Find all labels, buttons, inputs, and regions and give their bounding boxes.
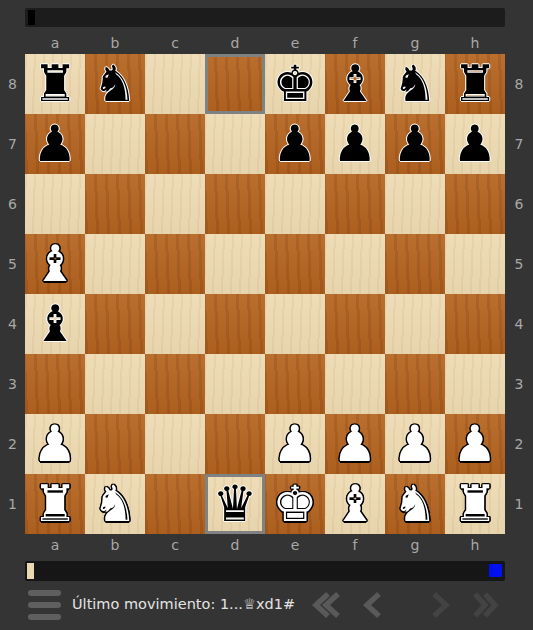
rank-labels-right: 87654321 bbox=[505, 54, 533, 534]
square-b7[interactable] bbox=[85, 114, 145, 174]
file-label-c: c bbox=[145, 535, 205, 555]
square-f1[interactable]: ♝ bbox=[325, 474, 385, 534]
chevron-left-icon bbox=[357, 590, 391, 620]
square-b1[interactable]: ♞ bbox=[85, 474, 145, 534]
square-h2[interactable]: ♟ bbox=[445, 414, 505, 474]
rank-label-2: 2 bbox=[505, 414, 533, 474]
rank-label-7: 7 bbox=[0, 114, 25, 174]
bottom-progress-thumb[interactable] bbox=[27, 563, 34, 579]
top-progress-bar[interactable] bbox=[25, 8, 505, 27]
square-h5[interactable] bbox=[445, 234, 505, 294]
square-e8[interactable]: ♚ bbox=[265, 54, 325, 114]
black-pawn[interactable]: ♟ bbox=[33, 114, 78, 174]
square-a4[interactable]: ♝ bbox=[25, 294, 85, 354]
square-f2[interactable]: ♟ bbox=[325, 414, 385, 474]
file-labels-bottom: abcdefgh bbox=[25, 535, 505, 555]
square-a3[interactable] bbox=[25, 354, 85, 414]
square-c8[interactable] bbox=[145, 54, 205, 114]
square-b5[interactable] bbox=[85, 234, 145, 294]
file-label-a: a bbox=[25, 33, 85, 53]
file-label-g: g bbox=[385, 535, 445, 555]
rank-label-6: 6 bbox=[0, 174, 25, 234]
black-knight[interactable]: ♞ bbox=[393, 54, 438, 114]
white-knight[interactable]: ♞ bbox=[393, 474, 438, 534]
square-e1[interactable]: ♚ bbox=[265, 474, 325, 534]
square-c3[interactable] bbox=[145, 354, 205, 414]
square-h7[interactable]: ♟ bbox=[445, 114, 505, 174]
square-e2[interactable]: ♟ bbox=[265, 414, 325, 474]
file-label-h: h bbox=[445, 535, 505, 555]
black-rook[interactable]: ♜ bbox=[33, 54, 78, 114]
square-b8[interactable]: ♞ bbox=[85, 54, 145, 114]
square-d3[interactable] bbox=[205, 354, 265, 414]
white-king[interactable]: ♚ bbox=[273, 474, 318, 534]
square-g4[interactable] bbox=[385, 294, 445, 354]
file-label-f: f bbox=[325, 535, 385, 555]
file-label-b: b bbox=[85, 33, 145, 53]
rank-label-3: 3 bbox=[0, 354, 25, 414]
file-label-b: b bbox=[85, 535, 145, 555]
rank-label-5: 5 bbox=[0, 234, 25, 294]
rank-label-8: 8 bbox=[505, 54, 533, 114]
square-f5[interactable] bbox=[325, 234, 385, 294]
square-h3[interactable] bbox=[445, 354, 505, 414]
square-c2[interactable] bbox=[145, 414, 205, 474]
square-c7[interactable] bbox=[145, 114, 205, 174]
file-label-h: h bbox=[445, 33, 505, 53]
square-g6[interactable] bbox=[385, 174, 445, 234]
square-g8[interactable]: ♞ bbox=[385, 54, 445, 114]
rank-label-3: 3 bbox=[505, 354, 533, 414]
square-d1[interactable]: ♛ bbox=[205, 474, 265, 534]
menu-button[interactable] bbox=[28, 590, 62, 620]
square-d6[interactable] bbox=[205, 174, 265, 234]
square-a5[interactable]: ♝ bbox=[25, 234, 85, 294]
white-bishop[interactable]: ♝ bbox=[333, 474, 378, 534]
black-knight[interactable]: ♞ bbox=[93, 54, 138, 114]
square-c4[interactable] bbox=[145, 294, 205, 354]
square-b6[interactable] bbox=[85, 174, 145, 234]
rank-label-4: 4 bbox=[505, 294, 533, 354]
white-pawn[interactable]: ♟ bbox=[273, 414, 318, 474]
black-bishop[interactable]: ♝ bbox=[33, 294, 78, 354]
last-move-status: Último movimiento: 1...♕xd1# bbox=[72, 584, 295, 624]
square-d2[interactable] bbox=[205, 414, 265, 474]
rank-label-7: 7 bbox=[505, 114, 533, 174]
black-bishop[interactable]: ♝ bbox=[333, 54, 378, 114]
square-d5[interactable] bbox=[205, 234, 265, 294]
square-d4[interactable] bbox=[205, 294, 265, 354]
turn-indicator bbox=[489, 564, 502, 577]
square-a6[interactable] bbox=[25, 174, 85, 234]
square-g3[interactable] bbox=[385, 354, 445, 414]
white-bishop[interactable]: ♝ bbox=[33, 234, 78, 294]
nav-previous-button[interactable] bbox=[357, 590, 391, 620]
board: ♜♞♚♝♞♜♟♟♟♟♟♝♝♟♟♟♟♟♜♞♛♚♝♞♜ bbox=[25, 54, 505, 534]
square-e4[interactable] bbox=[265, 294, 325, 354]
white-pawn[interactable]: ♟ bbox=[33, 414, 78, 474]
square-a8[interactable]: ♜ bbox=[25, 54, 85, 114]
square-e3[interactable] bbox=[265, 354, 325, 414]
square-f3[interactable] bbox=[325, 354, 385, 414]
chevron-right-icon bbox=[422, 590, 456, 620]
file-label-g: g bbox=[385, 33, 445, 53]
square-a1[interactable]: ♜ bbox=[25, 474, 85, 534]
file-label-a: a bbox=[25, 535, 85, 555]
black-queen[interactable]: ♛ bbox=[213, 474, 258, 534]
black-king[interactable]: ♚ bbox=[273, 54, 318, 114]
square-h8[interactable]: ♜ bbox=[445, 54, 505, 114]
square-e5[interactable] bbox=[265, 234, 325, 294]
nav-last-button[interactable] bbox=[469, 590, 503, 620]
rank-labels-left: 87654321 bbox=[0, 54, 25, 534]
square-g2[interactable]: ♟ bbox=[385, 414, 445, 474]
square-e7[interactable]: ♟ bbox=[265, 114, 325, 174]
square-d8[interactable] bbox=[205, 54, 265, 114]
square-b4[interactable] bbox=[85, 294, 145, 354]
black-pawn[interactable]: ♟ bbox=[273, 114, 318, 174]
square-f8[interactable]: ♝ bbox=[325, 54, 385, 114]
rank-label-6: 6 bbox=[505, 174, 533, 234]
bottom-controls: Último movimiento: 1...♕xd1# bbox=[0, 584, 533, 630]
square-b3[interactable] bbox=[85, 354, 145, 414]
top-progress-thumb[interactable] bbox=[28, 10, 35, 25]
square-f7[interactable]: ♟ bbox=[325, 114, 385, 174]
chevron-double-right-icon bbox=[469, 590, 503, 620]
white-rook[interactable]: ♜ bbox=[453, 474, 498, 534]
file-label-f: f bbox=[325, 33, 385, 53]
rank-label-1: 1 bbox=[505, 474, 533, 534]
nav-controls bbox=[310, 588, 503, 622]
square-c5[interactable] bbox=[145, 234, 205, 294]
file-label-e: e bbox=[265, 33, 325, 53]
square-h1[interactable]: ♜ bbox=[445, 474, 505, 534]
square-c6[interactable] bbox=[145, 174, 205, 234]
file-labels-top: abcdefgh bbox=[25, 33, 505, 53]
black-pawn[interactable]: ♟ bbox=[453, 114, 498, 174]
rank-label-2: 2 bbox=[0, 414, 25, 474]
square-f6[interactable] bbox=[325, 174, 385, 234]
white-knight[interactable]: ♞ bbox=[93, 474, 138, 534]
file-label-c: c bbox=[145, 33, 205, 53]
bottom-progress-bar[interactable] bbox=[25, 561, 505, 581]
square-g5[interactable] bbox=[385, 234, 445, 294]
nav-first-button[interactable] bbox=[310, 590, 344, 620]
square-h4[interactable] bbox=[445, 294, 505, 354]
file-label-d: d bbox=[205, 33, 265, 53]
white-rook[interactable]: ♜ bbox=[33, 474, 78, 534]
square-a7[interactable]: ♟ bbox=[25, 114, 85, 174]
black-rook[interactable]: ♜ bbox=[453, 54, 498, 114]
square-g7[interactable]: ♟ bbox=[385, 114, 445, 174]
square-h6[interactable] bbox=[445, 174, 505, 234]
black-pawn[interactable]: ♟ bbox=[393, 114, 438, 174]
rank-label-4: 4 bbox=[0, 294, 25, 354]
square-d7[interactable] bbox=[205, 114, 265, 174]
hamburger-icon bbox=[28, 590, 61, 596]
chevron-double-left-icon bbox=[310, 590, 344, 620]
square-b2[interactable] bbox=[85, 414, 145, 474]
square-g1[interactable]: ♞ bbox=[385, 474, 445, 534]
white-pawn[interactable]: ♟ bbox=[393, 414, 438, 474]
file-label-e: e bbox=[265, 535, 325, 555]
rank-label-5: 5 bbox=[505, 234, 533, 294]
square-a2[interactable]: ♟ bbox=[25, 414, 85, 474]
white-pawn[interactable]: ♟ bbox=[453, 414, 498, 474]
rank-label-8: 8 bbox=[0, 54, 25, 114]
square-e6[interactable] bbox=[265, 174, 325, 234]
nav-next-button[interactable] bbox=[422, 590, 456, 620]
square-f4[interactable] bbox=[325, 294, 385, 354]
white-pawn[interactable]: ♟ bbox=[333, 414, 378, 474]
black-pawn[interactable]: ♟ bbox=[333, 114, 378, 174]
file-label-d: d bbox=[205, 535, 265, 555]
rank-label-1: 1 bbox=[0, 474, 25, 534]
square-c1[interactable] bbox=[145, 474, 205, 534]
